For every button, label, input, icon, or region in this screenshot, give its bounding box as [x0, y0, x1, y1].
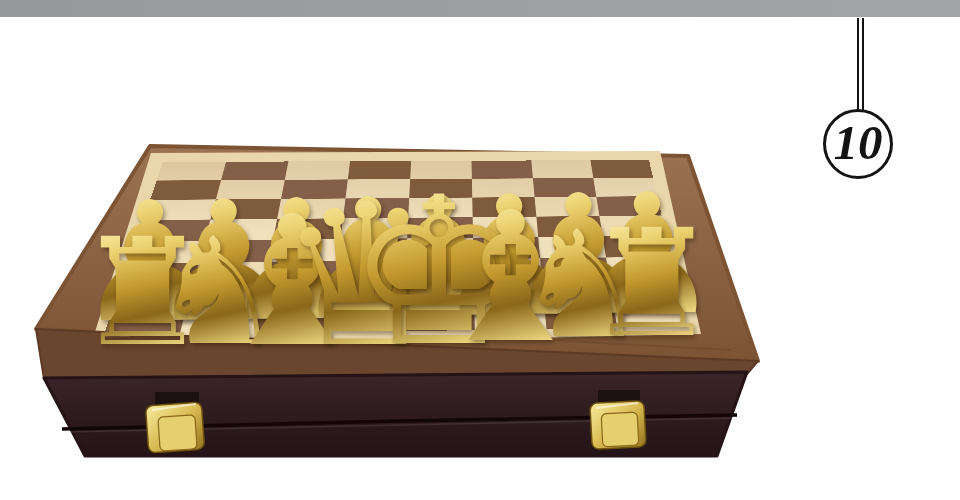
- board-square: [120, 263, 199, 287]
- board-square: [531, 160, 593, 178]
- board-square: [150, 180, 221, 200]
- board-square: [596, 196, 661, 216]
- board-square: [338, 238, 407, 260]
- board-square: [216, 180, 285, 200]
- board-square: [473, 258, 542, 281]
- board-square: [404, 282, 475, 307]
- board-square: [193, 262, 269, 286]
- board-square: [343, 198, 409, 218]
- board-square: [407, 217, 473, 238]
- board-square: [409, 179, 472, 198]
- callout-number-badge: 10: [823, 109, 893, 179]
- board-square: [210, 199, 281, 220]
- board-square: [260, 284, 335, 309]
- callout-pin-line: [857, 18, 864, 113]
- board-square: [535, 197, 600, 217]
- board-square: [544, 303, 617, 329]
- product-photo-scene: ♟♟♟♟♟♟♟♟♜♞♝♛♚♝♞♜: [0, 0, 960, 500]
- board-square: [285, 161, 350, 180]
- board-square: [402, 305, 474, 331]
- board-square: [410, 161, 472, 179]
- board-square: [606, 257, 676, 280]
- board-square: [273, 218, 343, 240]
- chess-board: [103, 160, 687, 337]
- board-square: [613, 302, 687, 328]
- board-square: [542, 280, 613, 304]
- board-square: [340, 218, 408, 239]
- board-square: [157, 162, 226, 181]
- board-square: [199, 240, 273, 263]
- board-square: [540, 257, 609, 280]
- board-square: [472, 178, 535, 197]
- board-square: [136, 220, 211, 242]
- board-square: [603, 236, 672, 258]
- board-square: [143, 199, 216, 220]
- right-latch: [590, 390, 646, 449]
- board-square: [406, 238, 473, 260]
- board-square: [474, 304, 546, 330]
- board-square: [533, 178, 596, 197]
- board-square: [221, 161, 288, 180]
- board-square: [473, 237, 540, 259]
- board-square: [348, 161, 411, 179]
- board-square: [536, 216, 602, 237]
- board-square: [112, 286, 193, 312]
- board-square: [474, 281, 544, 306]
- board-square: [472, 160, 533, 178]
- board-square: [205, 219, 277, 241]
- board-square: [264, 261, 338, 285]
- board-square: [281, 179, 348, 198]
- board-square: [599, 215, 666, 236]
- board-square: [332, 283, 405, 308]
- board-square: [186, 285, 264, 310]
- board-square: [269, 239, 341, 262]
- board-square: [538, 236, 606, 258]
- board-square: [335, 260, 406, 284]
- board-square: [610, 279, 682, 303]
- board-square: [593, 178, 657, 197]
- board-square: [179, 309, 259, 336]
- board-square: [590, 160, 653, 178]
- board-square: [329, 306, 404, 332]
- board-square: [255, 308, 332, 335]
- board-square: [277, 198, 345, 218]
- board-square: [128, 241, 205, 264]
- board-square: [473, 217, 539, 238]
- board-square: [405, 259, 474, 282]
- board-square: [472, 197, 536, 217]
- board-square: [408, 198, 472, 218]
- board-square: [103, 310, 186, 337]
- board-square: [345, 179, 410, 198]
